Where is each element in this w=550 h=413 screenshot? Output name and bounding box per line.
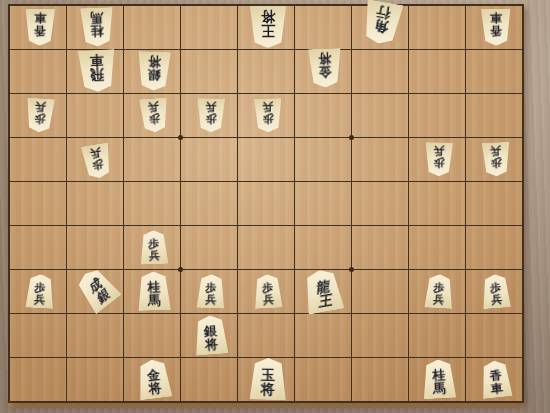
piece-pawn-sente[interactable]: 歩兵: [253, 274, 283, 309]
piece-silver-gote[interactable]: 銀将: [137, 51, 171, 91]
piece-silver-sente[interactable]: 銀将: [193, 314, 229, 355]
piece-kanji: 王: [317, 293, 333, 310]
hoshi-dot: [349, 267, 354, 272]
piece-kanji: 馬: [433, 382, 447, 396]
piece-gold-sente[interactable]: 金将: [135, 358, 173, 401]
piece-kanji: 兵: [433, 294, 445, 306]
piece-knight-gote[interactable]: 桂馬: [80, 7, 114, 47]
piece-kanji: 歩: [148, 112, 160, 124]
piece-kanji: 兵: [35, 101, 47, 113]
piece-kanji: 将: [261, 9, 275, 24]
piece-pawn-sente[interactable]: 歩兵: [196, 274, 225, 309]
piece-kanji: 兵: [490, 145, 501, 157]
piece-promoted-silver-sente[interactable]: 成銀: [72, 264, 122, 315]
piece-kanji: 兵: [491, 293, 503, 305]
piece-kanji: 兵: [434, 145, 445, 157]
piece-kanji: 歩: [34, 112, 46, 124]
piece-lance-sente[interactable]: 香車: [479, 359, 513, 399]
piece-pawn-gote[interactable]: 歩兵: [425, 142, 454, 176]
piece-kanji: 車: [89, 53, 104, 68]
piece-kanji: 金: [318, 65, 331, 79]
piece-kanji: 歩: [262, 113, 273, 125]
piece-kanji: 歩: [490, 157, 501, 169]
hoshi-dot: [178, 135, 183, 140]
piece-pawn-gote[interactable]: 歩兵: [139, 97, 169, 133]
piece-kanji: 兵: [89, 147, 102, 160]
piece-kanji: 銀: [147, 68, 160, 82]
piece-kanji: 将: [148, 54, 161, 68]
piece-knight-sente[interactable]: 桂馬: [137, 271, 171, 311]
piece-pawn-sente[interactable]: 歩兵: [481, 273, 511, 309]
piece-kanji: 銀: [94, 287, 113, 306]
piece-kanji: 将: [261, 382, 275, 397]
piece-kanji: 王: [261, 23, 275, 38]
piece-pawn-gote[interactable]: 歩兵: [254, 98, 283, 132]
hoshi-dot: [349, 135, 354, 140]
shogi-board[interactable]: 香車桂馬王将角行香車飛車銀将金将歩兵歩兵歩兵歩兵歩兵歩兵歩兵歩兵歩兵成銀桂馬歩兵…: [8, 4, 524, 403]
piece-kanji: 兵: [148, 101, 160, 113]
piece-pawn-sente[interactable]: 歩兵: [139, 230, 168, 265]
piece-kanji: 兵: [263, 294, 275, 306]
piece-kanji: 馬: [148, 294, 161, 308]
hoshi-dot: [178, 267, 183, 272]
piece-rook-gote[interactable]: 飛車: [77, 49, 116, 93]
piece-kanji: 車: [490, 382, 503, 396]
piece-pawn-gote[interactable]: 歩兵: [25, 97, 55, 133]
piece-dragon-king-sente[interactable]: 龍王: [301, 267, 345, 315]
piece-kanji: 香: [34, 24, 46, 37]
piece-kanji: 歩: [433, 157, 444, 169]
piece-kanji: 兵: [206, 101, 217, 113]
piece-king-gote[interactable]: 王将: [250, 6, 287, 48]
piece-kanji: 車: [490, 12, 502, 25]
piece-bishop-gote[interactable]: 角行: [360, 0, 404, 47]
piece-kanji: 将: [318, 51, 331, 65]
piece-kanji: 歩: [205, 113, 216, 125]
piece-kanji: 飛: [90, 67, 105, 82]
piece-kanji: 桂: [90, 24, 103, 38]
piece-kanji: 車: [34, 12, 46, 25]
piece-kanji: 将: [205, 338, 219, 352]
piece-gold-gote[interactable]: 金将: [308, 48, 342, 88]
piece-lance-gote[interactable]: 香車: [25, 8, 56, 46]
piece-kanji: 玉: [261, 368, 275, 383]
piece-kanji: 将: [148, 381, 163, 396]
piece-kanji: 兵: [262, 101, 273, 113]
piece-king-sente[interactable]: 玉将: [249, 358, 287, 401]
piece-kanji: 行: [376, 4, 392, 21]
piece-lance-gote[interactable]: 香車: [481, 8, 512, 46]
piece-pawn-gote[interactable]: 歩兵: [197, 98, 226, 132]
piece-pawn-gote[interactable]: 歩兵: [481, 142, 510, 177]
piece-pawn-sente[interactable]: 歩兵: [25, 274, 55, 309]
piece-kanji: 香: [490, 24, 502, 37]
piece-pawn-sente[interactable]: 歩兵: [424, 274, 454, 309]
piece-knight-sente[interactable]: 桂馬: [422, 359, 457, 400]
piece-kanji: 兵: [149, 250, 160, 262]
piece-kanji: 馬: [90, 10, 103, 24]
piece-kanji: 兵: [205, 294, 216, 306]
piece-kanji: 兵: [34, 294, 46, 306]
piece-pawn-gote[interactable]: 歩兵: [81, 142, 114, 180]
